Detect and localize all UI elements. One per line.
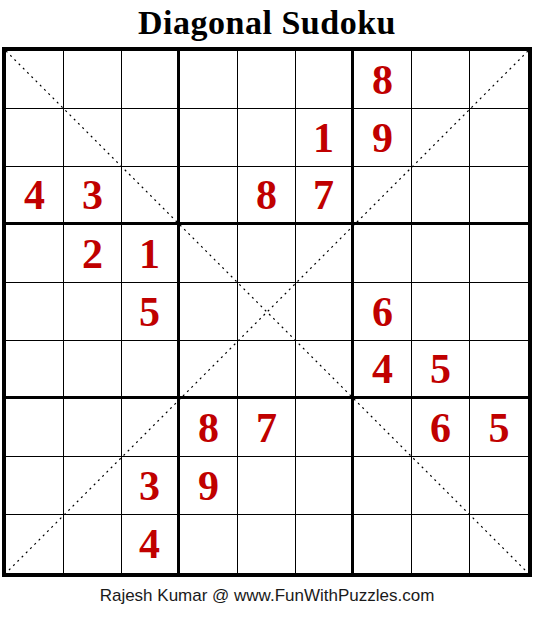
cell-r6c9[interactable] (470, 341, 528, 399)
cell-r1c9[interactable] (470, 51, 528, 109)
cell-r2c7[interactable]: 9 (354, 109, 412, 167)
cell-r5c7[interactable]: 6 (354, 283, 412, 341)
sudoku-cells: 81943872156458765394 (6, 51, 528, 573)
page-title: Diagonal Sudoku (0, 4, 534, 42)
cell-r8c7[interactable] (354, 457, 412, 515)
cell-r7c5[interactable]: 7 (238, 399, 296, 457)
cell-r1c2[interactable] (64, 51, 122, 109)
cell-r1c6[interactable] (296, 51, 354, 109)
cell-r6c4[interactable] (180, 341, 238, 399)
cell-r5c8[interactable] (412, 283, 470, 341)
cell-r6c8[interactable]: 5 (412, 341, 470, 399)
cell-r6c5[interactable] (238, 341, 296, 399)
cell-r2c6[interactable]: 1 (296, 109, 354, 167)
cell-r4c9[interactable] (470, 225, 528, 283)
cell-r9c6[interactable] (296, 515, 354, 573)
cell-r1c7[interactable]: 8 (354, 51, 412, 109)
cell-r6c3[interactable] (122, 341, 180, 399)
cell-r7c1[interactable] (6, 399, 64, 457)
cell-r9c7[interactable] (354, 515, 412, 573)
cell-r7c4[interactable]: 8 (180, 399, 238, 457)
cell-r7c8[interactable]: 6 (412, 399, 470, 457)
cell-r8c1[interactable] (6, 457, 64, 515)
cell-r4c3[interactable]: 1 (122, 225, 180, 283)
cell-r7c3[interactable] (122, 399, 180, 457)
cell-r6c2[interactable] (64, 341, 122, 399)
cell-r9c9[interactable] (470, 515, 528, 573)
cell-r2c3[interactable] (122, 109, 180, 167)
cell-r2c5[interactable] (238, 109, 296, 167)
cell-r2c8[interactable] (412, 109, 470, 167)
cell-r8c5[interactable] (238, 457, 296, 515)
cell-r3c8[interactable] (412, 167, 470, 225)
cell-r4c8[interactable] (412, 225, 470, 283)
cell-r2c9[interactable] (470, 109, 528, 167)
cell-r3c1[interactable]: 4 (6, 167, 64, 225)
cell-r6c1[interactable] (6, 341, 64, 399)
cell-r3c6[interactable]: 7 (296, 167, 354, 225)
cell-r5c1[interactable] (6, 283, 64, 341)
cell-r9c1[interactable] (6, 515, 64, 573)
cell-r8c9[interactable] (470, 457, 528, 515)
cell-r3c2[interactable]: 3 (64, 167, 122, 225)
cell-r5c3[interactable]: 5 (122, 283, 180, 341)
cell-r8c8[interactable] (412, 457, 470, 515)
cell-r4c7[interactable] (354, 225, 412, 283)
cell-r1c4[interactable] (180, 51, 238, 109)
sudoku-board: 81943872156458765394 (2, 47, 532, 577)
cell-r2c4[interactable] (180, 109, 238, 167)
cell-r5c4[interactable] (180, 283, 238, 341)
cell-r4c5[interactable] (238, 225, 296, 283)
cell-r8c4[interactable]: 9 (180, 457, 238, 515)
cell-r5c6[interactable] (296, 283, 354, 341)
cell-r5c2[interactable] (64, 283, 122, 341)
cell-r4c6[interactable] (296, 225, 354, 283)
cell-r4c1[interactable] (6, 225, 64, 283)
cell-r8c3[interactable]: 3 (122, 457, 180, 515)
cell-r7c9[interactable]: 5 (470, 399, 528, 457)
cell-r6c6[interactable] (296, 341, 354, 399)
cell-r9c8[interactable] (412, 515, 470, 573)
cell-r5c5[interactable] (238, 283, 296, 341)
cell-r5c9[interactable] (470, 283, 528, 341)
cell-r9c2[interactable] (64, 515, 122, 573)
cell-r3c3[interactable] (122, 167, 180, 225)
cell-r4c2[interactable]: 2 (64, 225, 122, 283)
cell-r3c7[interactable] (354, 167, 412, 225)
cell-r4c4[interactable] (180, 225, 238, 283)
cell-r1c5[interactable] (238, 51, 296, 109)
cell-r9c4[interactable] (180, 515, 238, 573)
cell-r2c1[interactable] (6, 109, 64, 167)
cell-r8c2[interactable] (64, 457, 122, 515)
cell-r8c6[interactable] (296, 457, 354, 515)
cell-r9c3[interactable]: 4 (122, 515, 180, 573)
credit-caption: Rajesh Kumar @ www.FunWithPuzzles.com (0, 586, 534, 606)
cell-r3c5[interactable]: 8 (238, 167, 296, 225)
cell-r1c1[interactable] (6, 51, 64, 109)
cell-r7c2[interactable] (64, 399, 122, 457)
cell-r3c9[interactable] (470, 167, 528, 225)
cell-r7c7[interactable] (354, 399, 412, 457)
cell-r2c2[interactable] (64, 109, 122, 167)
cell-r6c7[interactable]: 4 (354, 341, 412, 399)
cell-r7c6[interactable] (296, 399, 354, 457)
cell-r1c3[interactable] (122, 51, 180, 109)
cell-r1c8[interactable] (412, 51, 470, 109)
cell-r9c5[interactable] (238, 515, 296, 573)
cell-r3c4[interactable] (180, 167, 238, 225)
